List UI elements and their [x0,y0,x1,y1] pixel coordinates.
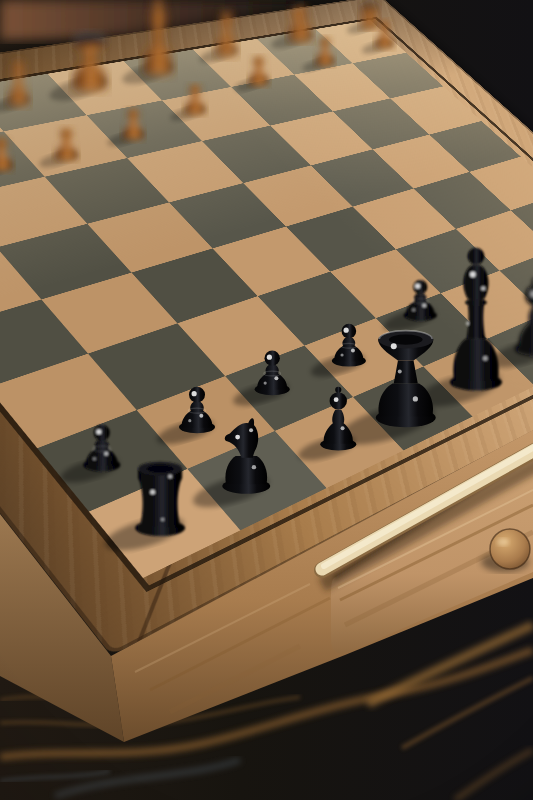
piece-white-pawn-d2[interactable] [106,108,146,149]
piece-white-pawn-c2[interactable] [38,128,79,170]
piece-black-pawn-e7[interactable] [381,280,438,335]
piece-white-pawn-b2[interactable] [0,138,14,181]
piece-black-pawn-b7[interactable] [154,387,216,449]
piece-white-pawn-f2[interactable] [234,56,270,94]
piece-black-pawn-a7[interactable] [58,425,122,488]
piece-white-knight-g1[interactable] [269,5,314,52]
piece-white-pawn-g2[interactable] [301,37,335,74]
piece-white-queen-d1[interactable] [47,35,109,106]
piece-white-king-e1[interactable] [120,0,175,88]
piece-white-bishop-c1[interactable] [0,59,31,115]
piece-white-pawn-e2[interactable] [169,84,207,124]
piece-white-rook-h1[interactable] [346,3,380,36]
chess-set-photo [0,0,533,800]
piece-black-pawn-d7[interactable] [309,324,367,382]
piece-black-rook-a8[interactable] [101,462,187,558]
chess-pieces [0,0,533,800]
piece-black-king-e8[interactable] [415,248,504,414]
piece-black-pawn-c7[interactable] [231,350,291,410]
piece-white-bishop-f1[interactable] [198,10,239,66]
